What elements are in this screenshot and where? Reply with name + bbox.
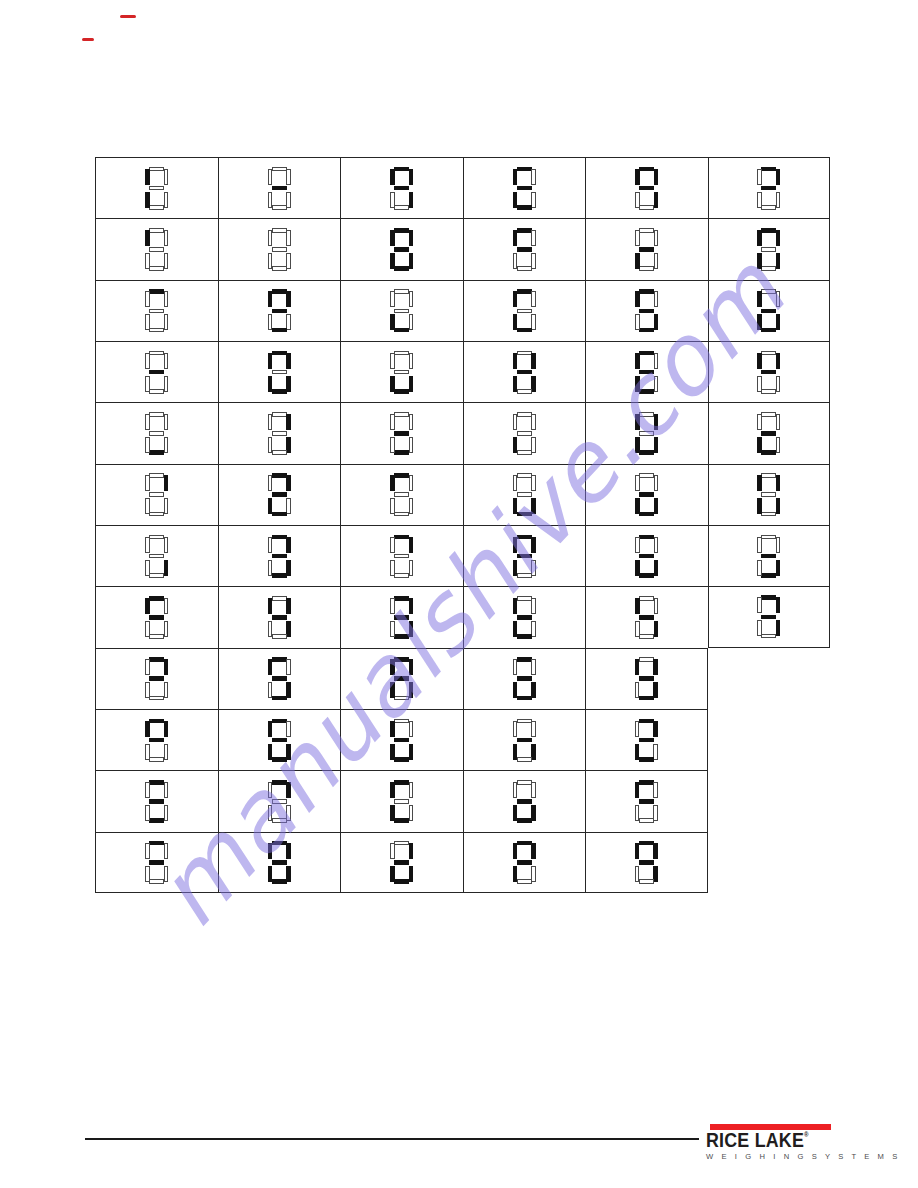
segment-c-on (286, 682, 291, 698)
segment-a-off (149, 535, 164, 540)
segment-b-on (164, 721, 169, 737)
segment-b-off (776, 291, 781, 307)
segment-c-off (286, 805, 291, 821)
segment-c-off (164, 498, 169, 514)
segment-d-off (272, 266, 287, 271)
segment-a-on (272, 780, 287, 785)
segment-e-off (145, 682, 150, 698)
segment-b-off (653, 782, 658, 798)
segment-c-off (653, 744, 658, 760)
segment-f-on (635, 291, 640, 307)
segment-e-off (390, 498, 395, 514)
seven-segment-glyph (635, 780, 658, 823)
segment-g-on (149, 738, 164, 743)
segment-g-on (149, 370, 164, 375)
seven-segment-glyph (268, 596, 291, 639)
segment-a-off (272, 167, 287, 172)
segment-e-off (268, 560, 273, 576)
seven-segment-glyph (635, 473, 658, 516)
charset-cell (585, 464, 708, 525)
seven-segment-glyph (513, 780, 536, 823)
segment-b-on (776, 353, 781, 369)
segment-g-on (517, 554, 532, 559)
segment-g-off (272, 370, 287, 375)
segment-f-off (145, 291, 150, 307)
segment-d-on (761, 450, 776, 455)
segment-c-on (654, 498, 659, 514)
segment-e-off (268, 192, 273, 208)
segment-d-off (272, 818, 287, 823)
segment-b-on (286, 414, 291, 430)
segment-e-on (757, 253, 762, 269)
charset-cell (218, 464, 341, 525)
charset-cell (585, 709, 708, 770)
segment-g-on (272, 309, 287, 314)
segment-d-on (639, 573, 654, 578)
segment-d-on (272, 696, 287, 701)
segment-f-off (635, 537, 640, 553)
segment-g-on (272, 860, 287, 865)
segment-b-on (531, 843, 536, 859)
segment-c-off (531, 314, 536, 330)
seven-segment-glyph (268, 657, 291, 700)
segment-e-off (635, 805, 640, 821)
seven-segment-glyph (635, 657, 658, 700)
segment-e-on (513, 805, 518, 821)
segment-b-on (286, 291, 291, 307)
segment-c-off (776, 437, 781, 453)
segment-b-off (286, 721, 291, 737)
charset-cell (463, 464, 586, 525)
segment-f-off (513, 414, 518, 430)
segment-e-on (268, 498, 273, 514)
segment-f-off (268, 782, 273, 798)
segment-g-off (394, 492, 409, 497)
seven-segment-glyph (635, 719, 658, 762)
segment-g-on (639, 799, 654, 804)
segment-b-off (286, 659, 291, 675)
seven-segment-glyph (268, 535, 291, 578)
segment-d-off (149, 757, 164, 762)
segment-c-on (286, 744, 291, 760)
segment-b-on (653, 659, 658, 675)
segment-c-on (776, 498, 781, 514)
segment-d-off (761, 512, 776, 517)
seven-segment-glyph (145, 841, 168, 884)
segment-d-off (149, 266, 164, 271)
segment-b-off (164, 291, 169, 307)
segment-e-on (513, 744, 518, 760)
segment-c-on (164, 560, 169, 576)
segment-b-off (531, 721, 536, 737)
seven-segment-glyph (635, 289, 658, 332)
segment-c-off (286, 314, 291, 330)
segment-a-on (394, 473, 409, 478)
charset-cell (708, 586, 831, 647)
seven-segment-glyph (513, 351, 536, 394)
segment-c-off (409, 437, 414, 453)
segment-b-off (531, 169, 536, 185)
segment-f-on (268, 721, 273, 737)
segment-b-on (409, 537, 414, 553)
segment-g-on (272, 492, 287, 497)
segment-f-on (145, 721, 150, 737)
segment-b-off (409, 782, 414, 798)
segment-d-off (639, 818, 654, 823)
segment-d-on (272, 573, 287, 578)
segment-e-on (268, 744, 273, 760)
segment-b-on (653, 843, 658, 859)
segment-f-off (390, 291, 395, 307)
segment-f-on (635, 843, 640, 859)
segment-c-off (164, 192, 169, 208)
segment-c-on (286, 621, 291, 637)
segment-a-off (149, 412, 164, 417)
red-scan-artifact (120, 15, 136, 18)
segment-g-on (517, 186, 532, 191)
segment-a-off (639, 228, 654, 233)
segment-f-off (268, 475, 273, 491)
segment-d-on (517, 205, 532, 210)
segment-e-on (635, 744, 640, 760)
segment-f-off (513, 475, 518, 491)
segment-c-on (531, 805, 536, 821)
segment-g-off (272, 799, 287, 804)
segment-b-on (654, 169, 659, 185)
segment-c-on (654, 437, 659, 453)
segment-c-off (531, 437, 536, 453)
seven-segment-glyph (757, 228, 780, 271)
segment-e-on (513, 682, 518, 698)
scanned-manual-page: { "game": "seven-segment-display-charact… (0, 0, 918, 1188)
segment-e-off (145, 866, 150, 882)
segment-a-on (272, 535, 287, 540)
charset-cell (463, 402, 586, 463)
segment-b-on (286, 475, 291, 491)
segment-f-on (390, 659, 395, 675)
segment-c-on (409, 192, 414, 208)
segment-e-off (635, 192, 640, 208)
segment-f-on (635, 353, 640, 369)
segment-g-on (517, 676, 532, 681)
segment-c-off (164, 744, 169, 760)
segment-g-off (517, 492, 532, 497)
seven-segment-glyph (145, 351, 168, 394)
segment-d-off (394, 512, 409, 517)
segment-f-off (390, 843, 395, 859)
segment-f-on (268, 598, 273, 614)
segment-c-on (409, 376, 414, 392)
segment-d-on (517, 512, 532, 517)
segment-d-on (517, 696, 532, 701)
seven-segment-glyph (513, 289, 536, 332)
segment-e-off (757, 192, 762, 208)
charset-cell (218, 586, 341, 647)
segment-g-on (639, 370, 654, 375)
segment-d-off (517, 389, 532, 394)
seven-segment-glyph (145, 719, 168, 762)
segment-g-off (394, 370, 409, 375)
segment-g-on (149, 799, 164, 804)
segment-e-on (757, 437, 762, 453)
charset-cell (463, 648, 586, 709)
segment-a-on (639, 167, 654, 172)
seven-segment-glyph (757, 289, 780, 332)
segment-a-off (639, 596, 654, 601)
seven-segment-glyph (513, 473, 536, 516)
segment-d-off (149, 205, 164, 210)
red-scan-artifact (82, 38, 94, 41)
segment-d-on (149, 818, 164, 823)
segment-d-on (639, 328, 654, 333)
segment-a-off (272, 596, 287, 601)
segment-d-on (761, 573, 776, 578)
segment-g-on (394, 247, 409, 252)
segment-g-on (639, 860, 654, 865)
segment-c-off (653, 805, 658, 821)
segment-c-on (409, 253, 414, 269)
segment-b-off (164, 598, 169, 614)
segment-c-on (409, 866, 414, 882)
segment-c-on (654, 192, 659, 208)
segment-a-on (394, 657, 409, 662)
segment-f-on (513, 537, 518, 553)
segment-b-on (286, 598, 291, 614)
segment-b-on (286, 353, 291, 369)
charset-cell (340, 586, 463, 647)
segment-a-on (272, 657, 287, 662)
seven-segment-glyph (268, 719, 291, 762)
segment-g-off (149, 492, 164, 497)
segment-b-on (409, 598, 414, 614)
seven-segment-glyph (635, 351, 658, 394)
segment-d-on (149, 450, 164, 455)
seven-segment-glyph (513, 596, 536, 639)
segment-a-on (394, 228, 409, 233)
segment-b-on (409, 230, 414, 246)
seven-segment-glyph (635, 596, 658, 639)
segment-a-on (149, 719, 164, 724)
segment-d-on (272, 328, 287, 333)
charset-cell (340, 157, 463, 218)
segment-e-off (268, 437, 273, 453)
segment-e-on (390, 376, 395, 392)
segment-d-off (639, 266, 654, 271)
charset-cell (95, 648, 218, 709)
segment-b-off (164, 414, 169, 430)
segment-c-off (164, 253, 169, 269)
segment-f-off (390, 414, 395, 430)
segment-d-on (639, 757, 654, 762)
segment-e-off (145, 744, 150, 760)
segment-a-off (149, 167, 164, 172)
segment-f-on (145, 230, 150, 246)
segment-a-on (149, 596, 164, 601)
segment-g-on (639, 738, 654, 743)
segment-c-off (531, 866, 536, 882)
seven-segment-glyph (145, 289, 168, 332)
segment-g-on (639, 615, 654, 620)
segment-f-off (513, 782, 518, 798)
segment-c-off (531, 192, 536, 208)
seven-segment-glyph (390, 289, 413, 332)
segment-e-off (635, 621, 640, 637)
segment-e-on (390, 805, 395, 821)
segment-g-on (149, 615, 164, 620)
seven-segment-glyph (635, 841, 658, 884)
segment-d-on (394, 634, 409, 639)
segment-f-on (757, 353, 762, 369)
segment-a-on (639, 719, 654, 724)
segment-b-off (164, 782, 169, 798)
segment-f-off (145, 414, 150, 430)
segment-d-on (761, 328, 776, 333)
segment-a-off (517, 473, 532, 478)
segment-f-off (390, 537, 395, 553)
segment-g-on (639, 554, 654, 559)
seven-segment-glyph (390, 412, 413, 455)
segment-f-on (390, 230, 395, 246)
segment-a-on (272, 351, 287, 356)
charset-cell (463, 218, 586, 279)
segment-c-off (286, 192, 291, 208)
segment-d-off (149, 389, 164, 394)
segment-e-on (268, 376, 273, 392)
segment-e-on (757, 498, 762, 514)
segment-e-on (513, 192, 518, 208)
segment-f-on (757, 475, 762, 491)
seven-segment-glyph (390, 535, 413, 578)
segment-a-on (761, 595, 776, 600)
segment-g-off (149, 554, 164, 559)
segment-e-off (268, 621, 273, 637)
segment-b-on (531, 537, 536, 553)
segment-f-on (513, 169, 518, 185)
segment-b-off (164, 353, 169, 369)
charset-cell (708, 402, 831, 463)
segment-e-on (390, 314, 395, 330)
seven-segment-glyph (757, 535, 780, 578)
segment-b-on (776, 230, 781, 246)
charset-cell (463, 770, 586, 831)
segment-g-on (639, 492, 654, 497)
segment-b-off (409, 291, 414, 307)
segment-f-off (513, 659, 518, 675)
segment-c-off (531, 560, 536, 576)
segment-f-off (145, 782, 150, 798)
segment-a-on (149, 841, 164, 846)
segment-a-off (517, 412, 532, 417)
segment-g-on (149, 676, 164, 681)
segment-c-on (776, 253, 781, 269)
segment-c-off (654, 376, 659, 392)
seven-segment-glyph (757, 167, 780, 210)
charset-cell (463, 586, 586, 647)
segment-c-on (531, 376, 536, 392)
segment-e-off (513, 253, 518, 269)
charset-cell (340, 525, 463, 586)
seven-segment-glyph (268, 289, 291, 332)
seven-segment-glyph (390, 841, 413, 884)
segment-g-on (761, 186, 776, 191)
seven-segment-glyph (757, 412, 780, 455)
segment-f-off (268, 537, 273, 553)
segment-f-on (635, 659, 640, 675)
segment-g-on (394, 431, 409, 436)
segment-e-on (513, 376, 518, 392)
segment-a-off (394, 841, 409, 846)
segment-c-off (409, 560, 414, 576)
charset-cell (463, 157, 586, 218)
seven-segment-glyph (268, 473, 291, 516)
segment-d-on (272, 757, 287, 762)
segment-b-off (654, 230, 659, 246)
segment-b-off (531, 598, 536, 614)
segment-d-off (517, 266, 532, 271)
seven-segment-glyph (268, 412, 291, 455)
segment-c-off (409, 498, 414, 514)
segment-d-off (149, 573, 164, 578)
charset-cell (708, 464, 831, 525)
charset-cell (218, 218, 341, 279)
segment-a-off (394, 289, 409, 294)
segment-e-off (145, 437, 150, 453)
segment-e-on (635, 560, 640, 576)
segment-g-on (394, 860, 409, 865)
seven-segment-glyph (145, 780, 168, 823)
segment-c-on (653, 682, 658, 698)
segment-d-on (394, 757, 409, 762)
segment-e-off (390, 437, 395, 453)
segment-e-on (635, 376, 640, 392)
charset-cell (218, 832, 341, 893)
segment-g-on (761, 431, 776, 436)
charset-cell (585, 218, 708, 279)
segment-f-on (513, 843, 518, 859)
segment-c-off (164, 376, 169, 392)
segment-g-off (394, 799, 409, 804)
segment-g-on (394, 738, 409, 743)
segment-a-on (272, 473, 287, 478)
segment-g-on (517, 247, 532, 252)
seven-segment-glyph (145, 473, 168, 516)
segment-d-off (639, 634, 654, 639)
segment-b-off (531, 659, 536, 675)
segment-g-on (761, 554, 776, 559)
segment-e-off (145, 498, 150, 514)
seven-segment-glyph (390, 596, 413, 639)
segment-b-off (654, 475, 659, 491)
segment-e-on (635, 498, 640, 514)
segment-a-on (394, 535, 409, 540)
charset-cell (95, 586, 218, 647)
segment-b-off (409, 414, 414, 430)
segment-b-on (653, 721, 658, 737)
segment-e-on (145, 192, 150, 208)
segment-a-off (149, 351, 164, 356)
segment-b-on (286, 843, 291, 859)
segment-d-off (149, 879, 164, 884)
segment-c-off (286, 498, 291, 514)
registered-mark-icon: ® (804, 1131, 809, 1138)
seven-segment-glyph (513, 841, 536, 884)
segment-b-off (409, 721, 414, 737)
segment-f-off (268, 414, 273, 430)
segment-d-off (272, 450, 287, 455)
seven-segment-glyph (390, 657, 413, 700)
segment-e-off (268, 253, 273, 269)
charset-cell (340, 218, 463, 279)
